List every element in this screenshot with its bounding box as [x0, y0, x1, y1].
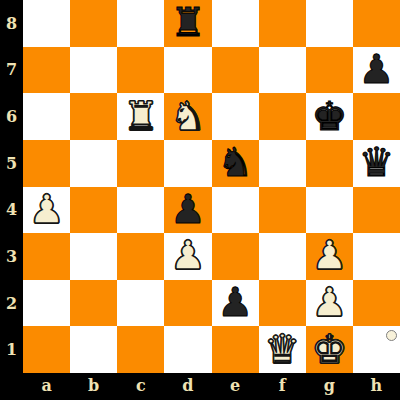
square-f1[interactable]: ♛: [259, 326, 306, 373]
rank-label-3: 3: [0, 233, 23, 280]
square-g8[interactable]: [306, 0, 353, 47]
black-pawn-d4[interactable]: ♟: [170, 189, 206, 229]
chess-board: ♜♟♜♞♚♞♛♟♟♟♟♟♟♛♚: [23, 0, 400, 373]
white-pawn-a4[interactable]: ♟: [29, 189, 65, 229]
white-rook-c6[interactable]: ♜: [123, 96, 159, 136]
square-b2[interactable]: [70, 280, 117, 327]
black-pawn-e2[interactable]: ♟: [217, 282, 253, 322]
square-f6[interactable]: [259, 93, 306, 140]
black-rook-d8[interactable]: ♜: [170, 2, 206, 42]
white-pawn-d3[interactable]: ♟: [170, 235, 206, 275]
square-b3[interactable]: [70, 233, 117, 280]
square-c4[interactable]: [117, 187, 164, 234]
white-king-g1[interactable]: ♚: [311, 329, 347, 369]
square-e4[interactable]: [212, 187, 259, 234]
square-f5[interactable]: [259, 140, 306, 187]
square-e6[interactable]: [212, 93, 259, 140]
chess-puzzle-diagram: ♜♟♜♞♚♞♛♟♟♟♟♟♟♛♚ 87654321 abcdefgh: [0, 0, 400, 400]
square-d6[interactable]: ♞: [164, 93, 211, 140]
white-queen-f1[interactable]: ♛: [264, 329, 300, 369]
square-b6[interactable]: [70, 93, 117, 140]
file-label-b: b: [70, 373, 117, 400]
square-a5[interactable]: [23, 140, 70, 187]
square-b5[interactable]: [70, 140, 117, 187]
black-queen-h5[interactable]: ♛: [359, 142, 395, 182]
file-label-a: a: [23, 373, 70, 400]
square-c1[interactable]: [117, 326, 164, 373]
file-label-c: c: [117, 373, 164, 400]
square-e2[interactable]: ♟: [212, 280, 259, 327]
black-knight-e5[interactable]: ♞: [217, 142, 253, 182]
square-c5[interactable]: [117, 140, 164, 187]
square-d2[interactable]: [164, 280, 211, 327]
square-f4[interactable]: [259, 187, 306, 234]
square-b4[interactable]: [70, 187, 117, 234]
square-c7[interactable]: [117, 47, 164, 94]
square-g2[interactable]: ♟: [306, 280, 353, 327]
square-h5[interactable]: ♛: [353, 140, 400, 187]
square-d3[interactable]: ♟: [164, 233, 211, 280]
square-b1[interactable]: [70, 326, 117, 373]
rank-label-5: 5: [0, 140, 23, 187]
square-h8[interactable]: [353, 0, 400, 47]
square-a2[interactable]: [23, 280, 70, 327]
square-d8[interactable]: ♜: [164, 0, 211, 47]
square-d4[interactable]: ♟: [164, 187, 211, 234]
square-h3[interactable]: [353, 233, 400, 280]
white-pawn-g3[interactable]: ♟: [311, 235, 347, 275]
square-g6[interactable]: ♚: [306, 93, 353, 140]
rank-label-4: 4: [0, 187, 23, 234]
white-pawn-g2[interactable]: ♟: [311, 282, 347, 322]
square-d1[interactable]: [164, 326, 211, 373]
white-to-move-indicator: [386, 330, 397, 341]
file-label-d: d: [164, 373, 211, 400]
square-e1[interactable]: [212, 326, 259, 373]
square-c2[interactable]: [117, 280, 164, 327]
square-e5[interactable]: ♞: [212, 140, 259, 187]
rank-label-1: 1: [0, 326, 23, 373]
file-label-h: h: [353, 373, 400, 400]
square-g7[interactable]: [306, 47, 353, 94]
square-a4[interactable]: ♟: [23, 187, 70, 234]
square-a8[interactable]: [23, 0, 70, 47]
square-f7[interactable]: [259, 47, 306, 94]
rank-label-7: 7: [0, 47, 23, 94]
square-h4[interactable]: [353, 187, 400, 234]
black-king-g6[interactable]: ♚: [311, 96, 347, 136]
rank-label-6: 6: [0, 93, 23, 140]
file-label-e: e: [212, 373, 259, 400]
square-g4[interactable]: [306, 187, 353, 234]
square-c8[interactable]: [117, 0, 164, 47]
rank-label-2: 2: [0, 280, 23, 327]
square-a7[interactable]: [23, 47, 70, 94]
square-f3[interactable]: [259, 233, 306, 280]
file-labels: abcdefgh: [23, 373, 400, 400]
square-b8[interactable]: [70, 0, 117, 47]
square-h6[interactable]: [353, 93, 400, 140]
square-e8[interactable]: [212, 0, 259, 47]
square-d7[interactable]: [164, 47, 211, 94]
square-e3[interactable]: [212, 233, 259, 280]
square-c3[interactable]: [117, 233, 164, 280]
square-h7[interactable]: ♟: [353, 47, 400, 94]
black-pawn-h7[interactable]: ♟: [359, 49, 395, 89]
square-d5[interactable]: [164, 140, 211, 187]
square-e7[interactable]: [212, 47, 259, 94]
square-c6[interactable]: ♜: [117, 93, 164, 140]
square-f2[interactable]: [259, 280, 306, 327]
square-a3[interactable]: [23, 233, 70, 280]
square-f8[interactable]: [259, 0, 306, 47]
rank-label-8: 8: [0, 0, 23, 47]
square-g1[interactable]: ♚: [306, 326, 353, 373]
file-label-g: g: [306, 373, 353, 400]
square-g3[interactable]: ♟: [306, 233, 353, 280]
square-h2[interactable]: [353, 280, 400, 327]
square-a1[interactable]: [23, 326, 70, 373]
square-b7[interactable]: [70, 47, 117, 94]
square-a6[interactable]: [23, 93, 70, 140]
white-knight-d6[interactable]: ♞: [170, 96, 206, 136]
square-g5[interactable]: [306, 140, 353, 187]
file-label-f: f: [259, 373, 306, 400]
rank-labels: 87654321: [0, 0, 23, 373]
